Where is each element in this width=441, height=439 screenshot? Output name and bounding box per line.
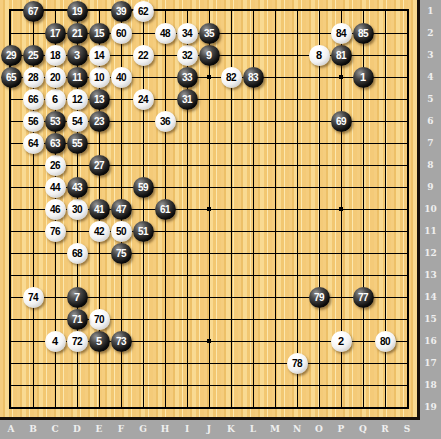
- stone-black-39-F1: 39: [111, 1, 132, 22]
- col-label-G: G: [132, 424, 154, 435]
- col-label-K: K: [220, 424, 242, 435]
- stone-white-72-D16: 72: [67, 331, 88, 352]
- col-label-J: J: [198, 424, 220, 435]
- stone-black-21-D2: 21: [67, 23, 88, 44]
- col-label-B: B: [22, 424, 44, 435]
- stone-black-41-E10: 41: [89, 199, 110, 220]
- stone-white-12-D5: 12: [67, 89, 88, 110]
- stone-white-64-B7: 64: [23, 133, 44, 154]
- row-labels: 12345678910111213141516171819: [420, 0, 441, 420]
- col-label-I: I: [176, 424, 198, 435]
- stone-white-60-F2: 60: [111, 23, 132, 44]
- stone-black-7-D14: 7: [67, 287, 88, 308]
- stone-white-34-I2: 34: [177, 23, 198, 44]
- stone-black-43-D9: 43: [67, 177, 88, 198]
- stone-black-27-E8: 27: [89, 155, 110, 176]
- row-label-11: 11: [420, 226, 441, 237]
- stone-white-56-B6: 56: [23, 111, 44, 132]
- row-label-1: 1: [420, 6, 441, 17]
- stone-white-22-G3: 22: [133, 45, 154, 66]
- stone-black-47-F10: 47: [111, 199, 132, 220]
- row-label-13: 13: [420, 270, 441, 281]
- stone-black-61-H10: 61: [155, 199, 176, 220]
- stone-black-59-G9: 59: [133, 177, 154, 198]
- stone-black-63-C7: 63: [45, 133, 66, 154]
- stone-black-71-D15: 71: [67, 309, 88, 330]
- stone-black-83-L4: 83: [243, 67, 264, 88]
- stone-white-82-K4: 82: [221, 67, 242, 88]
- stone-white-28-B4: 28: [23, 67, 44, 88]
- stone-white-6-C5: 6: [45, 89, 66, 110]
- stone-white-66-B5: 66: [23, 89, 44, 110]
- col-label-C: C: [44, 424, 66, 435]
- col-label-F: F: [110, 424, 132, 435]
- row-label-19: 19: [420, 402, 441, 413]
- col-label-L: L: [242, 424, 264, 435]
- stone-black-65-A4: 65: [1, 67, 22, 88]
- stone-white-84-P2: 84: [331, 23, 352, 44]
- row-label-12: 12: [420, 248, 441, 259]
- stone-white-40-F4: 40: [111, 67, 132, 88]
- col-label-E: E: [88, 424, 110, 435]
- stone-black-3-D3: 3: [67, 45, 88, 66]
- stone-white-32-I3: 32: [177, 45, 198, 66]
- row-label-16: 16: [420, 336, 441, 347]
- stone-white-42-E11: 42: [89, 221, 110, 242]
- stone-black-33-I4: 33: [177, 67, 198, 88]
- row-label-7: 7: [420, 138, 441, 149]
- col-label-M: M: [264, 424, 286, 435]
- stone-black-5-E16: 5: [89, 331, 110, 352]
- stone-white-62-G1: 62: [133, 1, 154, 22]
- col-label-S: S: [396, 424, 418, 435]
- stone-white-46-C10: 46: [45, 199, 66, 220]
- row-label-14: 14: [420, 292, 441, 303]
- stone-black-75-F12: 75: [111, 243, 132, 264]
- row-label-3: 3: [420, 50, 441, 61]
- row-label-17: 17: [420, 358, 441, 369]
- stone-white-20-C4: 20: [45, 67, 66, 88]
- row-label-8: 8: [420, 160, 441, 171]
- col-label-Q: Q: [352, 424, 374, 435]
- stone-black-19-D1: 19: [67, 1, 88, 22]
- col-label-R: R: [374, 424, 396, 435]
- col-label-N: N: [286, 424, 308, 435]
- stone-black-53-C6: 53: [45, 111, 66, 132]
- row-label-4: 4: [420, 72, 441, 83]
- stone-black-67-B1: 67: [23, 1, 44, 22]
- stone-white-78-N17: 78: [287, 353, 308, 374]
- go-board[interactable]: 1234567891011121314151718192021222324252…: [0, 0, 420, 420]
- stone-black-51-G11: 51: [133, 221, 154, 242]
- stone-black-81-P3: 81: [331, 45, 352, 66]
- stone-black-31-I5: 31: [177, 89, 198, 110]
- stone-white-54-D6: 54: [67, 111, 88, 132]
- row-label-15: 15: [420, 314, 441, 325]
- stone-white-4-C16: 4: [45, 331, 66, 352]
- stone-white-10-E4: 10: [89, 67, 110, 88]
- stone-black-25-B3: 25: [23, 45, 44, 66]
- stone-black-23-E6: 23: [89, 111, 110, 132]
- stone-white-80-R16: 80: [375, 331, 396, 352]
- go-kifu-viewer: 1234567891011121314151718192021222324252…: [0, 0, 441, 439]
- stone-black-29-A3: 29: [1, 45, 22, 66]
- stone-black-9-J3: 9: [199, 45, 220, 66]
- row-label-5: 5: [420, 94, 441, 105]
- col-label-A: A: [0, 424, 22, 435]
- stone-white-50-F11: 50: [111, 221, 132, 242]
- stone-black-17-C2: 17: [45, 23, 66, 44]
- col-label-D: D: [66, 424, 88, 435]
- stone-black-73-F16: 73: [111, 331, 132, 352]
- col-label-O: O: [308, 424, 330, 435]
- column-labels: ABCDEFGHIJKLMNOPQRS: [0, 420, 420, 439]
- stone-white-30-D10: 30: [67, 199, 88, 220]
- stone-white-18-C3: 18: [45, 45, 66, 66]
- stone-white-76-C11: 76: [45, 221, 66, 242]
- row-label-2: 2: [420, 28, 441, 39]
- row-label-6: 6: [420, 116, 441, 127]
- stone-white-68-D12: 68: [67, 243, 88, 264]
- stone-black-1-Q4: 1: [353, 67, 374, 88]
- stone-white-2-P16: 2: [331, 331, 352, 352]
- stone-white-48-H2: 48: [155, 23, 176, 44]
- stone-black-85-Q2: 85: [353, 23, 374, 44]
- stone-white-44-C9: 44: [45, 177, 66, 198]
- stone-black-13-E5: 13: [89, 89, 110, 110]
- col-label-P: P: [330, 424, 352, 435]
- stone-white-14-E3: 14: [89, 45, 110, 66]
- stone-black-77-Q14: 77: [353, 287, 374, 308]
- stone-black-15-E2: 15: [89, 23, 110, 44]
- stone-white-26-C8: 26: [45, 155, 66, 176]
- stone-black-79-O14: 79: [309, 287, 330, 308]
- stone-black-35-J2: 35: [199, 23, 220, 44]
- stone-white-8-O3: 8: [309, 45, 330, 66]
- stone-black-69-P6: 69: [331, 111, 352, 132]
- stone-white-36-H6: 36: [155, 111, 176, 132]
- stone-white-74-B14: 74: [23, 287, 44, 308]
- stone-black-55-D7: 55: [67, 133, 88, 154]
- row-label-9: 9: [420, 182, 441, 193]
- stone-white-24-G5: 24: [133, 89, 154, 110]
- stones-layer: 1234567891011121314151718192021222324252…: [0, 0, 418, 418]
- row-label-10: 10: [420, 204, 441, 215]
- col-label-H: H: [154, 424, 176, 435]
- stone-black-11-D4: 11: [67, 67, 88, 88]
- stone-white-70-E15: 70: [89, 309, 110, 330]
- row-label-18: 18: [420, 380, 441, 391]
